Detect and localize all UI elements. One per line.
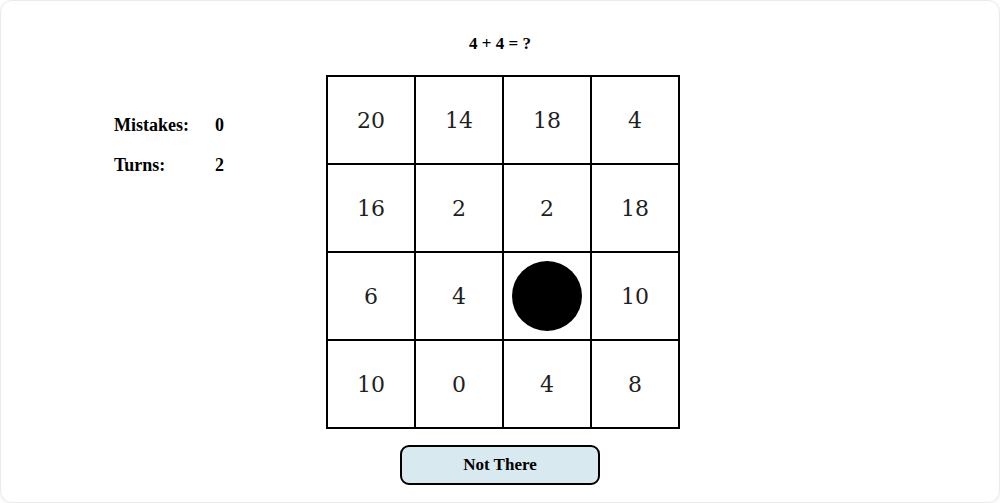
mistakes-value: 0 — [215, 115, 224, 136]
grid-cell[interactable] — [503, 252, 591, 340]
grid-cell[interactable]: 0 — [415, 340, 503, 428]
grid-cell[interactable]: 4 — [503, 340, 591, 428]
grid-cell[interactable]: 2 — [503, 164, 591, 252]
player-marker — [512, 261, 582, 331]
mistakes-label: Mistakes: — [114, 115, 215, 136]
grid-cell[interactable]: 10 — [327, 340, 415, 428]
mistakes-row: Mistakes: 0 — [114, 105, 224, 145]
turns-label: Turns: — [114, 155, 215, 176]
game-card: 4 + 4 = ? Mistakes: 0 Turns: 2 201418416… — [0, 0, 1000, 503]
grid-cell[interactable]: 4 — [415, 252, 503, 340]
grid-cell[interactable]: 4 — [591, 76, 679, 164]
grid-cell[interactable]: 2 — [415, 164, 503, 252]
grid-cell[interactable]: 14 — [415, 76, 503, 164]
turns-value: 2 — [215, 155, 224, 176]
question-text: 4 + 4 = ? — [1, 34, 999, 54]
grid-cell[interactable]: 6 — [327, 252, 415, 340]
grid-cell[interactable]: 20 — [327, 76, 415, 164]
not-there-button[interactable]: Not There — [400, 445, 600, 485]
grid-cell[interactable]: 8 — [591, 340, 679, 428]
grid-cell[interactable]: 18 — [503, 76, 591, 164]
grid-cell[interactable]: 16 — [327, 164, 415, 252]
grid-cell[interactable]: 10 — [591, 252, 679, 340]
stats-panel: Mistakes: 0 Turns: 2 — [114, 105, 224, 185]
number-grid: 2014184162218641010048 — [326, 75, 680, 429]
grid-cell[interactable]: 18 — [591, 164, 679, 252]
turns-row: Turns: 2 — [114, 145, 224, 185]
